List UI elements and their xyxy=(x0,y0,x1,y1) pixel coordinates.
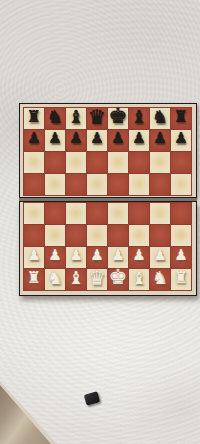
square-c6[interactable] xyxy=(66,152,86,173)
square-e8[interactable]: ♚ xyxy=(108,108,128,129)
piece-black-pawn-f7[interactable]: ♟ xyxy=(132,131,145,146)
piece-white-pawn-e2[interactable]: ♟ xyxy=(111,248,124,263)
piece-white-pawn-b2[interactable]: ♟ xyxy=(48,248,61,263)
square-e5[interactable] xyxy=(108,174,128,195)
piece-black-rook-h8[interactable]: ♜ xyxy=(174,109,188,125)
square-g4[interactable] xyxy=(150,203,170,224)
square-a2[interactable]: ♟ xyxy=(24,247,44,268)
square-a6[interactable] xyxy=(24,152,44,173)
square-g5[interactable] xyxy=(150,174,170,195)
square-g1[interactable]: ♞ xyxy=(150,269,170,290)
square-g7[interactable]: ♟ xyxy=(150,130,170,151)
square-e3[interactable] xyxy=(108,225,128,246)
piece-black-pawn-e7[interactable]: ♟ xyxy=(111,131,124,146)
square-a8[interactable]: ♜ xyxy=(24,108,44,129)
square-f3[interactable] xyxy=(129,225,149,246)
square-d6[interactable] xyxy=(87,152,107,173)
square-a5[interactable] xyxy=(24,174,44,195)
square-h2[interactable]: ♟ xyxy=(171,247,191,268)
square-h3[interactable] xyxy=(171,225,191,246)
piece-white-pawn-f2[interactable]: ♟ xyxy=(132,248,145,263)
piece-black-pawn-a7[interactable]: ♟ xyxy=(27,131,40,146)
square-e7[interactable]: ♟ xyxy=(108,130,128,151)
board-half-top: ♜♞♝♛♚♝♞♜♟♟♟♟♟♟♟♟ xyxy=(19,103,197,198)
board-half-bottom: ♟♟♟♟♟♟♟♟♜♞♝♛♚♝♞♜ xyxy=(19,201,197,296)
chess-board: ♜♞♝♛♚♝♞♜♟♟♟♟♟♟♟♟ ♟♟♟♟♟♟♟♟♜♞♝♛♚♝♞♜ xyxy=(19,103,197,296)
photo-scene: ♜♞♝♛♚♝♞♜♟♟♟♟♟♟♟♟ ♟♟♟♟♟♟♟♟♜♞♝♛♚♝♞♜ xyxy=(0,0,200,444)
square-c1[interactable]: ♝ xyxy=(66,269,86,290)
square-h4[interactable] xyxy=(171,203,191,224)
square-g2[interactable]: ♟ xyxy=(150,247,170,268)
square-b5[interactable] xyxy=(45,174,65,195)
piece-white-bishop-c1[interactable]: ♝ xyxy=(68,269,84,287)
square-b1[interactable]: ♞ xyxy=(45,269,65,290)
piece-white-queen-d1[interactable]: ♛ xyxy=(88,268,106,288)
piece-white-rook-a1[interactable]: ♜ xyxy=(27,270,41,286)
board-grid-top: ♜♞♝♛♚♝♞♜♟♟♟♟♟♟♟♟ xyxy=(23,107,192,196)
square-f6[interactable] xyxy=(129,152,149,173)
square-a7[interactable]: ♟ xyxy=(24,130,44,151)
square-f7[interactable]: ♟ xyxy=(129,130,149,151)
piece-white-pawn-h2[interactable]: ♟ xyxy=(174,248,187,263)
square-a4[interactable] xyxy=(24,203,44,224)
square-d4[interactable] xyxy=(87,203,107,224)
square-b8[interactable]: ♞ xyxy=(45,108,65,129)
piece-black-king-e8[interactable]: ♚ xyxy=(109,106,128,127)
piece-white-pawn-d2[interactable]: ♟ xyxy=(90,248,103,263)
piece-white-pawn-c2[interactable]: ♟ xyxy=(69,248,82,263)
square-f5[interactable] xyxy=(129,174,149,195)
piece-white-pawn-g2[interactable]: ♟ xyxy=(153,248,166,263)
square-e6[interactable] xyxy=(108,152,128,173)
square-f1[interactable]: ♝ xyxy=(129,269,149,290)
square-d1[interactable]: ♛ xyxy=(87,269,107,290)
piece-black-knight-b8[interactable]: ♞ xyxy=(47,108,63,126)
square-a3[interactable] xyxy=(24,225,44,246)
square-f8[interactable]: ♝ xyxy=(129,108,149,129)
piece-black-pawn-b7[interactable]: ♟ xyxy=(48,131,61,146)
square-h7[interactable]: ♟ xyxy=(171,130,191,151)
square-b4[interactable] xyxy=(45,203,65,224)
square-e1[interactable]: ♚ xyxy=(108,269,128,290)
square-d3[interactable] xyxy=(87,225,107,246)
square-h8[interactable]: ♜ xyxy=(171,108,191,129)
piece-black-pawn-c7[interactable]: ♟ xyxy=(69,131,82,146)
piece-black-pawn-h7[interactable]: ♟ xyxy=(174,131,187,146)
piece-white-rook-h1[interactable]: ♜ xyxy=(174,270,188,286)
square-c2[interactable]: ♟ xyxy=(66,247,86,268)
square-f4[interactable] xyxy=(129,203,149,224)
square-h6[interactable] xyxy=(171,152,191,173)
square-g3[interactable] xyxy=(150,225,170,246)
piece-black-bishop-f8[interactable]: ♝ xyxy=(131,108,147,126)
square-c8[interactable]: ♝ xyxy=(66,108,86,129)
piece-black-queen-d8[interactable]: ♛ xyxy=(88,107,106,127)
piece-white-bishop-f1[interactable]: ♝ xyxy=(131,269,147,287)
square-b2[interactable]: ♟ xyxy=(45,247,65,268)
square-d5[interactable] xyxy=(87,174,107,195)
piece-white-knight-g1[interactable]: ♞ xyxy=(152,269,168,287)
square-c7[interactable]: ♟ xyxy=(66,130,86,151)
piece-black-bishop-c8[interactable]: ♝ xyxy=(68,108,84,126)
piece-white-king-e1[interactable]: ♚ xyxy=(109,267,128,288)
piece-black-pawn-d7[interactable]: ♟ xyxy=(90,131,103,146)
piece-black-knight-g8[interactable]: ♞ xyxy=(152,108,168,126)
square-c4[interactable] xyxy=(66,203,86,224)
board-grid-bottom: ♟♟♟♟♟♟♟♟♜♞♝♛♚♝♞♜ xyxy=(23,202,192,291)
square-b3[interactable] xyxy=(45,225,65,246)
square-e4[interactable] xyxy=(108,203,128,224)
piece-white-pawn-a2[interactable]: ♟ xyxy=(27,248,40,263)
square-h5[interactable] xyxy=(171,174,191,195)
piece-white-knight-b1[interactable]: ♞ xyxy=(47,269,63,287)
square-b7[interactable]: ♟ xyxy=(45,130,65,151)
square-d7[interactable]: ♟ xyxy=(87,130,107,151)
square-c5[interactable] xyxy=(66,174,86,195)
square-g8[interactable]: ♞ xyxy=(150,108,170,129)
square-b6[interactable] xyxy=(45,152,65,173)
square-g6[interactable] xyxy=(150,152,170,173)
square-h1[interactable]: ♜ xyxy=(171,269,191,290)
piece-black-rook-a8[interactable]: ♜ xyxy=(27,109,41,125)
square-a1[interactable]: ♜ xyxy=(24,269,44,290)
square-f2[interactable]: ♟ xyxy=(129,247,149,268)
piece-black-pawn-g7[interactable]: ♟ xyxy=(153,131,166,146)
square-d8[interactable]: ♛ xyxy=(87,108,107,129)
square-c3[interactable] xyxy=(66,225,86,246)
